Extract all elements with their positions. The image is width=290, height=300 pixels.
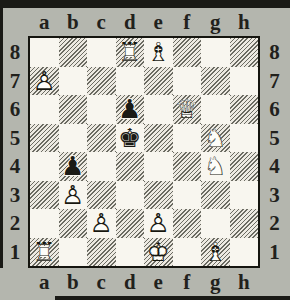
white-bishop-outline: ♗ <box>201 238 230 267</box>
top-border-bar <box>0 0 290 8</box>
square-g3[interactable] <box>201 181 230 210</box>
white-queen-outline: ♕ <box>173 95 202 124</box>
file-labels-bottom: a b c d e f g h <box>30 269 258 296</box>
rank-label-5: 5 <box>2 124 28 153</box>
file-label-d: d <box>116 269 145 296</box>
black-pawn-glyph: ♟ <box>116 95 145 124</box>
rank-labels-left: 8 7 6 5 4 3 2 1 <box>2 38 28 266</box>
white-pawn-outline: ♙ <box>30 67 59 96</box>
white-pawn: ♟♙ <box>144 209 173 238</box>
file-label-b: b <box>59 9 88 35</box>
rank-label-7: 7 <box>261 67 288 96</box>
rank-label-8: 8 <box>2 38 28 67</box>
square-a4[interactable] <box>30 152 59 181</box>
rank-label-2: 2 <box>261 209 288 238</box>
square-b6[interactable] <box>59 95 88 124</box>
square-h1[interactable] <box>230 238 259 267</box>
white-rook: ♜♖ <box>116 38 145 67</box>
white-pawn-outline: ♙ <box>87 209 116 238</box>
square-h8[interactable] <box>230 38 259 67</box>
file-label-d: d <box>116 9 145 35</box>
white-bishop: ♝♗ <box>144 38 173 67</box>
square-h5[interactable] <box>230 124 259 153</box>
black-pawn-glyph: ♟ <box>59 152 88 181</box>
square-e1[interactable]: ♚♔ <box>144 238 173 267</box>
file-label-f: f <box>173 9 202 35</box>
square-b5[interactable] <box>59 124 88 153</box>
square-h3[interactable] <box>230 181 259 210</box>
square-d2[interactable] <box>116 209 145 238</box>
square-f6[interactable]: ♛♕ <box>173 95 202 124</box>
black-pawn: ♟ <box>59 152 88 181</box>
square-d4[interactable] <box>116 152 145 181</box>
white-rook: ♜♖ <box>30 238 59 267</box>
white-rook-outline: ♖ <box>116 38 145 67</box>
square-e5[interactable] <box>144 124 173 153</box>
square-a2[interactable] <box>30 209 59 238</box>
square-g5[interactable]: ♞♘ <box>201 124 230 153</box>
white-knight-outline: ♘ <box>201 152 230 181</box>
rank-label-5: 5 <box>261 124 288 153</box>
square-c5[interactable] <box>87 124 116 153</box>
square-f1[interactable] <box>173 238 202 267</box>
white-knight: ♞♘ <box>201 124 230 153</box>
square-b2[interactable] <box>59 209 88 238</box>
square-e2[interactable]: ♟♙ <box>144 209 173 238</box>
file-label-h: h <box>230 9 259 35</box>
rank-label-4: 4 <box>261 152 288 181</box>
square-d7[interactable] <box>116 67 145 96</box>
square-e4[interactable] <box>144 152 173 181</box>
rank-label-3: 3 <box>261 181 288 210</box>
white-pawn-outline: ♙ <box>144 209 173 238</box>
rank-label-8: 8 <box>261 38 288 67</box>
rank-label-2: 2 <box>2 209 28 238</box>
file-label-c: c <box>87 9 116 35</box>
square-d3[interactable] <box>116 181 145 210</box>
file-label-c: c <box>87 269 116 296</box>
chess-diagram-page: a b c d e f g h 8 7 6 5 4 3 2 1 ♜♖♝♗♟♙♟♛… <box>0 0 290 300</box>
square-a6[interactable] <box>30 95 59 124</box>
file-label-e: e <box>144 9 173 35</box>
file-label-b: b <box>59 269 88 296</box>
square-d6[interactable]: ♟ <box>116 95 145 124</box>
white-pawn: ♟♙ <box>59 181 88 210</box>
square-b4[interactable]: ♟ <box>59 152 88 181</box>
square-g7[interactable] <box>201 67 230 96</box>
white-pawn-outline: ♙ <box>59 181 88 210</box>
white-bishop-outline: ♗ <box>144 38 173 67</box>
square-f8[interactable] <box>173 38 202 67</box>
rank-label-1: 1 <box>2 238 28 267</box>
square-c8[interactable] <box>87 38 116 67</box>
black-pawn: ♟ <box>116 95 145 124</box>
square-a7[interactable]: ♟♙ <box>30 67 59 96</box>
rank-labels-right: 8 7 6 5 4 3 2 1 <box>261 38 288 266</box>
white-bishop: ♝♗ <box>201 238 230 267</box>
square-f4[interactable] <box>173 152 202 181</box>
square-c1[interactable] <box>87 238 116 267</box>
rank-label-7: 7 <box>2 67 28 96</box>
file-label-a: a <box>30 9 59 35</box>
square-d8[interactable]: ♜♖ <box>116 38 145 67</box>
rank-label-6: 6 <box>2 95 28 124</box>
square-c7[interactable] <box>87 67 116 96</box>
file-label-e: e <box>144 269 173 296</box>
square-g4[interactable]: ♞♘ <box>201 152 230 181</box>
square-e8[interactable]: ♝♗ <box>144 38 173 67</box>
square-e3[interactable] <box>144 181 173 210</box>
square-a5[interactable] <box>30 124 59 153</box>
white-knight: ♞♘ <box>201 152 230 181</box>
rank-label-3: 3 <box>2 181 28 210</box>
black-king-glyph: ♚ <box>116 124 145 153</box>
square-h4[interactable] <box>230 152 259 181</box>
square-b8[interactable] <box>59 38 88 67</box>
square-a3[interactable] <box>30 181 59 210</box>
square-b7[interactable] <box>59 67 88 96</box>
rank-label-4: 4 <box>2 152 28 181</box>
square-b3[interactable]: ♟♙ <box>59 181 88 210</box>
rank-label-6: 6 <box>261 95 288 124</box>
chess-board: ♜♖♝♗♟♙♟♛♕♚♞♘♟♞♘♟♙♟♙♟♙♜♖♚♔♝♗ <box>28 36 260 268</box>
file-label-f: f <box>173 269 202 296</box>
square-c4[interactable] <box>87 152 116 181</box>
white-knight-outline: ♘ <box>201 124 230 153</box>
square-a1[interactable]: ♜♖ <box>30 238 59 267</box>
square-e6[interactable] <box>144 95 173 124</box>
square-g6[interactable] <box>201 95 230 124</box>
square-g2[interactable] <box>201 209 230 238</box>
square-c2[interactable]: ♟♙ <box>87 209 116 238</box>
square-g8[interactable] <box>201 38 230 67</box>
white-rook-outline: ♖ <box>30 238 59 267</box>
square-f7[interactable] <box>173 67 202 96</box>
square-e7[interactable] <box>144 67 173 96</box>
bottom-border-bar <box>55 296 290 300</box>
file-label-g: g <box>201 9 230 35</box>
square-c3[interactable] <box>87 181 116 210</box>
square-d5[interactable]: ♚ <box>116 124 145 153</box>
square-d1[interactable] <box>116 238 145 267</box>
black-king: ♚ <box>116 124 145 153</box>
white-pawn: ♟♙ <box>87 209 116 238</box>
rank-label-1: 1 <box>261 238 288 267</box>
white-king-outline: ♔ <box>144 238 173 267</box>
square-h7[interactable] <box>230 67 259 96</box>
file-label-a: a <box>30 269 59 296</box>
file-label-h: h <box>230 269 259 296</box>
file-label-g: g <box>201 269 230 296</box>
white-king: ♚♔ <box>144 238 173 267</box>
square-b1[interactable] <box>59 238 88 267</box>
square-c6[interactable] <box>87 95 116 124</box>
file-labels-top: a b c d e f g h <box>30 9 258 35</box>
square-h6[interactable] <box>230 95 259 124</box>
square-f3[interactable] <box>173 181 202 210</box>
square-a8[interactable] <box>30 38 59 67</box>
square-f5[interactable] <box>173 124 202 153</box>
square-g1[interactable]: ♝♗ <box>201 238 230 267</box>
white-queen: ♛♕ <box>173 95 202 124</box>
white-pawn: ♟♙ <box>30 67 59 96</box>
square-h2[interactable] <box>230 209 259 238</box>
square-f2[interactable] <box>173 209 202 238</box>
